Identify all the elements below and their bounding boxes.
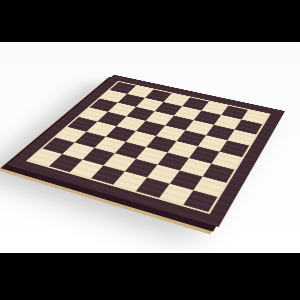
letterbox-bottom-bar: [0, 253, 300, 300]
board-grid: [29, 82, 268, 212]
chessboard-frame: [7, 75, 285, 227]
photo-area: [0, 42, 300, 253]
letterbox-top-bar: [0, 0, 300, 42]
board-inlay-border: [26, 81, 271, 214]
board-scene: [0, 42, 300, 253]
product-photo: [0, 0, 300, 300]
